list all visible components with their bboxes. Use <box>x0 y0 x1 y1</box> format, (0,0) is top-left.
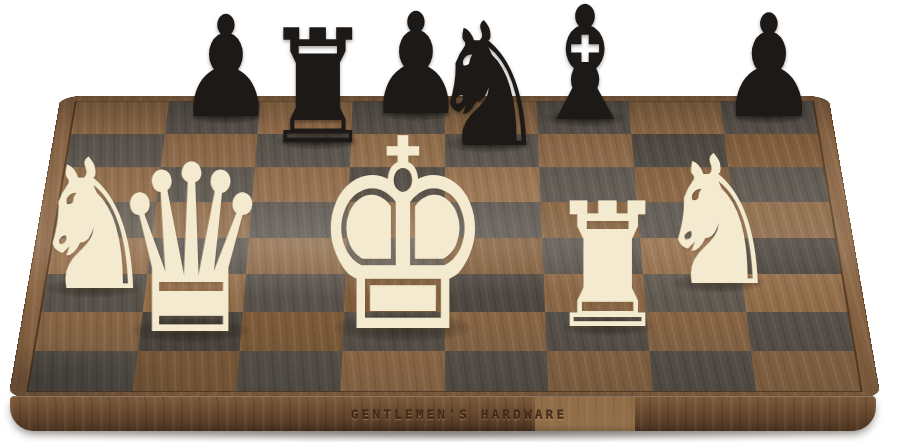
piece-white-king-d2[interactable]: ♚ <box>311 105 496 369</box>
board-front-edge: GENTLEMEN'S HARDWARE <box>10 396 876 431</box>
piece-white-rook-f2[interactable]: ♜ <box>548 181 668 353</box>
photo-scene: GENTLEMEN'S HARDWARE ♟♟♝♟♜♞♞♞♛♚♜ <box>0 0 904 442</box>
brand-engraving: GENTLEMEN'S HARDWARE <box>26 397 876 431</box>
square-h1[interactable] <box>752 351 861 391</box>
piece-white-knight-g3[interactable]: ♞ <box>656 133 780 311</box>
piece-white-queen-b2[interactable]: ♛ <box>110 135 272 367</box>
